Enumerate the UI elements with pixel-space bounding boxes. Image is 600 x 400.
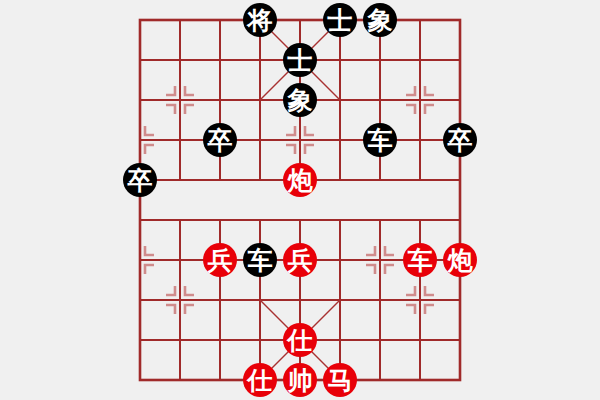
piece-red-chariot[interactable]: 车 — [403, 243, 437, 277]
piece-black-elephant[interactable]: 象 — [283, 83, 317, 117]
piece-red-general[interactable]: 帅 — [283, 363, 317, 397]
piece-red-horse[interactable]: 马 — [323, 363, 357, 397]
piece-red-soldier[interactable]: 兵 — [203, 243, 237, 277]
piece-black-chariot[interactable]: 车 — [363, 123, 397, 157]
piece-red-advisor[interactable]: 仕 — [243, 363, 277, 397]
piece-black-soldier[interactable]: 卒 — [123, 163, 157, 197]
piece-red-advisor[interactable]: 仕 — [283, 323, 317, 357]
piece-red-cannon[interactable]: 炮 — [283, 163, 317, 197]
piece-black-general[interactable]: 将 — [243, 3, 277, 37]
piece-black-soldier[interactable]: 卒 — [443, 123, 477, 157]
piece-red-cannon[interactable]: 炮 — [443, 243, 477, 277]
piece-black-elephant[interactable]: 象 — [363, 3, 397, 37]
piece-black-soldier[interactable]: 卒 — [203, 123, 237, 157]
xiangqi-board: 将士象士象卒车卒卒炮兵车兵车炮仕仕帅马 — [0, 0, 600, 400]
piece-red-soldier[interactable]: 兵 — [283, 243, 317, 277]
piece-layer: 将士象士象卒车卒卒炮兵车兵车炮仕仕帅马 — [0, 0, 600, 400]
piece-black-advisor[interactable]: 士 — [283, 43, 317, 77]
piece-black-chariot[interactable]: 车 — [243, 243, 277, 277]
piece-black-advisor[interactable]: 士 — [323, 3, 357, 37]
